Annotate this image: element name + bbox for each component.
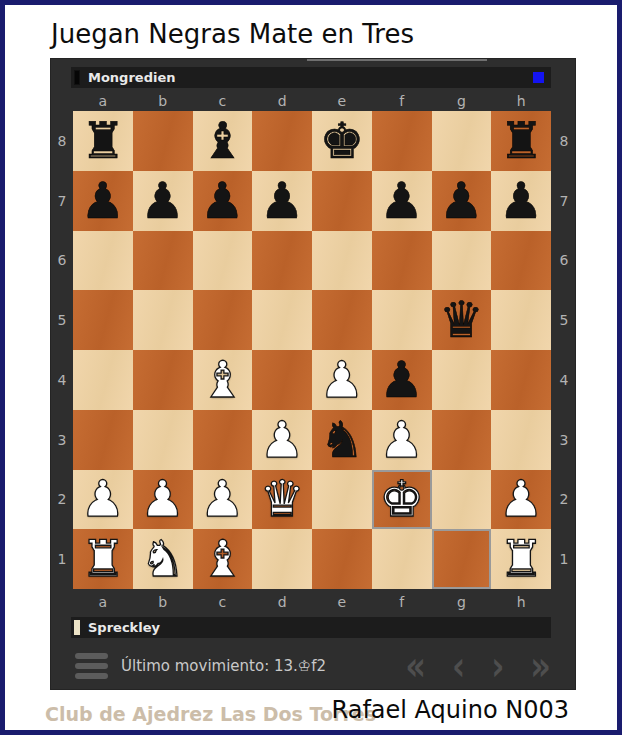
white-pawn[interactable]: ♟ (379, 415, 424, 465)
square-d3[interactable]: ♟ (252, 410, 312, 470)
rank-labels-left: 87654321 (51, 111, 73, 589)
rank-label-3: 3 (553, 410, 575, 470)
move-navigation: « ‹ › » (405, 643, 551, 689)
square-c4[interactable]: ♝ (193, 350, 253, 410)
square-f5[interactable] (372, 290, 432, 350)
game-panel: Mongredien abcdefgh 87654321 ♜♝♚♜♟♟♟♟♟♟♟… (51, 59, 575, 689)
square-e2[interactable] (312, 470, 372, 530)
black-pawn[interactable]: ♟ (379, 355, 424, 405)
square-d2[interactable]: ♛ (252, 470, 312, 530)
rank-label-3: 3 (51, 410, 73, 470)
square-f2[interactable]: ♚ (372, 470, 432, 530)
square-e8[interactable]: ♚ (312, 111, 372, 171)
square-a1[interactable]: ♜ (73, 529, 133, 589)
white-king[interactable]: ♚ (379, 474, 424, 524)
rank-label-7: 7 (553, 171, 575, 231)
square-c3[interactable] (193, 410, 253, 470)
file-label-c: c (193, 90, 253, 111)
black-pawn[interactable]: ♟ (80, 176, 125, 226)
square-b7[interactable]: ♟ (133, 171, 193, 231)
next-move-button[interactable]: › (491, 646, 504, 686)
square-g5[interactable]: ♛ (432, 290, 492, 350)
turn-indicator (533, 72, 544, 83)
square-c1[interactable]: ♝ (193, 529, 253, 589)
menu-bar-line (75, 663, 108, 669)
square-f7[interactable]: ♟ (372, 171, 432, 231)
square-c8[interactable]: ♝ (193, 111, 253, 171)
menu-bar-line (75, 653, 108, 659)
last-move-text: Último movimiento: 13.♔f2 (121, 643, 326, 689)
square-b5[interactable] (133, 290, 193, 350)
square-e1[interactable] (312, 529, 372, 589)
square-f3[interactable]: ♟ (372, 410, 432, 470)
black-rook[interactable]: ♜ (80, 116, 125, 166)
square-d5[interactable] (252, 290, 312, 350)
square-c7[interactable]: ♟ (193, 171, 253, 231)
file-label-g: g (432, 591, 492, 612)
black-pawn[interactable]: ♟ (200, 176, 245, 226)
square-d1[interactable] (252, 529, 312, 589)
white-rook[interactable]: ♜ (80, 534, 125, 584)
square-a6[interactable] (73, 231, 133, 291)
square-e3[interactable]: ♞ (312, 410, 372, 470)
rank-label-4: 4 (51, 350, 73, 410)
square-g6[interactable] (432, 231, 492, 291)
square-d4[interactable] (252, 350, 312, 410)
file-label-a: a (73, 591, 133, 612)
square-a2[interactable]: ♟ (73, 470, 133, 530)
black-rook[interactable]: ♜ (499, 116, 544, 166)
rank-label-8: 8 (553, 111, 575, 171)
square-b8[interactable] (133, 111, 193, 171)
white-queen[interactable]: ♛ (260, 474, 305, 524)
rank-label-5: 5 (51, 290, 73, 350)
square-e5[interactable] (312, 290, 372, 350)
square-e6[interactable] (312, 231, 372, 291)
square-b6[interactable] (133, 231, 193, 291)
rank-label-2: 2 (51, 470, 73, 530)
white-knight[interactable]: ♞ (140, 534, 185, 584)
file-label-g: g (432, 90, 492, 111)
black-bishop[interactable]: ♝ (200, 116, 245, 166)
black-pawn[interactable]: ♟ (140, 176, 185, 226)
prev-move-button[interactable]: ‹ (452, 646, 465, 686)
square-h8[interactable]: ♜ (491, 111, 551, 171)
square-g4[interactable] (432, 350, 492, 410)
white-pawn[interactable]: ♟ (80, 474, 125, 524)
square-g8[interactable] (432, 111, 492, 171)
square-h1[interactable]: ♜ (491, 529, 551, 589)
square-g7[interactable]: ♟ (432, 171, 492, 231)
file-label-c: c (193, 591, 253, 612)
white-pawn[interactable]: ♟ (200, 474, 245, 524)
square-f8[interactable] (372, 111, 432, 171)
player-top-name: Mongredien (88, 70, 176, 85)
square-d7[interactable]: ♟ (252, 171, 312, 231)
white-pawn[interactable]: ♟ (140, 474, 185, 524)
rank-label-5: 5 (553, 290, 575, 350)
square-e7[interactable] (312, 171, 372, 231)
chess-board: ♜♝♚♜♟♟♟♟♟♟♟♛♝♟♟♟♞♟♟♟♟♛♚♟♜♞♝♜ (73, 111, 551, 589)
file-label-h: h (491, 90, 551, 111)
file-label-f: f (372, 90, 432, 111)
rank-label-2: 2 (553, 470, 575, 530)
black-pawn[interactable]: ♟ (260, 176, 305, 226)
menu-bar-line (75, 673, 108, 679)
rank-label-6: 6 (553, 231, 575, 291)
square-a7[interactable]: ♟ (73, 171, 133, 231)
square-a4[interactable] (73, 350, 133, 410)
player-bottom-name: Spreckley (88, 620, 160, 635)
file-label-d: d (252, 591, 312, 612)
black-queen[interactable]: ♛ (439, 295, 484, 345)
rank-label-8: 8 (51, 111, 73, 171)
square-f1[interactable] (372, 529, 432, 589)
square-b1[interactable]: ♞ (133, 529, 193, 589)
file-labels-top: abcdefgh (73, 90, 551, 111)
square-c2[interactable]: ♟ (193, 470, 253, 530)
app-window: Juegan Negras Mate en Tres Mongredien ab… (0, 0, 622, 735)
square-b4[interactable] (133, 350, 193, 410)
rank-label-4: 4 (553, 350, 575, 410)
square-a5[interactable] (73, 290, 133, 350)
black-knight[interactable]: ♞ (319, 415, 364, 465)
black-pawn[interactable]: ♟ (379, 176, 424, 226)
controls-bar: Último movimiento: 13.♔f2 « ‹ › » (51, 643, 575, 689)
square-h4[interactable] (491, 350, 551, 410)
white-bishop[interactable]: ♝ (200, 534, 245, 584)
white-side-marker-icon (74, 620, 80, 635)
file-label-b: b (133, 90, 193, 111)
rank-label-6: 6 (51, 231, 73, 291)
black-pawn[interactable]: ♟ (499, 176, 544, 226)
black-pawn[interactable]: ♟ (439, 176, 484, 226)
square-d8[interactable] (252, 111, 312, 171)
file-label-f: f (372, 591, 432, 612)
white-pawn[interactable]: ♟ (319, 355, 364, 405)
square-g3[interactable] (432, 410, 492, 470)
rank-label-7: 7 (51, 171, 73, 231)
file-labels-bottom: abcdefgh (73, 591, 551, 612)
square-h6[interactable] (491, 231, 551, 291)
square-b3[interactable] (133, 410, 193, 470)
square-h7[interactable]: ♟ (491, 171, 551, 231)
square-d6[interactable] (252, 231, 312, 291)
puzzle-title: Juegan Negras Mate en Tres (51, 19, 414, 49)
square-g1[interactable] (432, 529, 492, 589)
square-b2[interactable]: ♟ (133, 470, 193, 530)
file-label-a: a (73, 90, 133, 111)
square-a3[interactable] (73, 410, 133, 470)
white-pawn[interactable]: ♟ (260, 415, 305, 465)
file-label-e: e (312, 90, 372, 111)
white-rook[interactable]: ♜ (499, 534, 544, 584)
square-a8[interactable]: ♜ (73, 111, 133, 171)
file-label-h: h (491, 591, 551, 612)
rank-labels-right: 87654321 (553, 111, 575, 589)
rank-label-1: 1 (553, 529, 575, 589)
file-label-e: e (312, 591, 372, 612)
menu-icon[interactable] (75, 653, 108, 679)
square-c6[interactable] (193, 231, 253, 291)
file-label-b: b (133, 591, 193, 612)
black-side-marker-icon (74, 70, 80, 85)
square-g2[interactable] (432, 470, 492, 530)
reference-caption: Rafael Aquino N003 (332, 696, 569, 724)
player-bottom-bar: Spreckley (71, 617, 551, 638)
square-h3[interactable] (491, 410, 551, 470)
square-h5[interactable] (491, 290, 551, 350)
black-king[interactable]: ♚ (319, 116, 364, 166)
player-top-bar: Mongredien (71, 67, 551, 88)
file-label-d: d (252, 90, 312, 111)
first-move-button[interactable]: « (405, 646, 426, 686)
square-h2[interactable]: ♟ (491, 470, 551, 530)
square-f4[interactable]: ♟ (372, 350, 432, 410)
square-c5[interactable] (193, 290, 253, 350)
square-e4[interactable]: ♟ (312, 350, 372, 410)
rank-label-1: 1 (51, 529, 73, 589)
white-pawn[interactable]: ♟ (499, 474, 544, 524)
club-caption: Club de Ajedrez Las Dos Torres (45, 703, 376, 725)
panel-top-divider (307, 59, 487, 61)
square-f6[interactable] (372, 231, 432, 291)
white-bishop[interactable]: ♝ (200, 355, 245, 405)
last-move-button[interactable]: » (530, 646, 551, 686)
